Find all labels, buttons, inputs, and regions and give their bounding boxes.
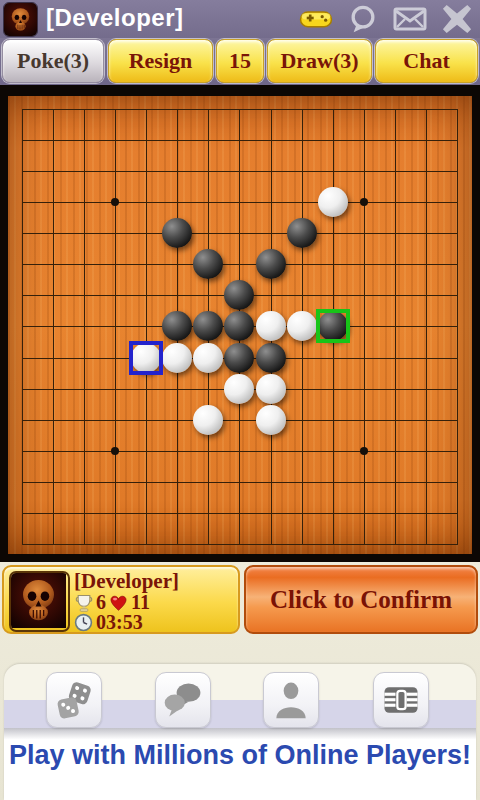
gomoku-board[interactable] (0, 85, 480, 562)
stone-white (224, 374, 254, 404)
poke-button[interactable]: Poke(3) (2, 39, 104, 83)
grid-line-v (457, 109, 458, 545)
heart-icon (108, 593, 129, 612)
card-icon[interactable] (373, 672, 429, 728)
grid-line-h (22, 544, 458, 545)
promo-banner-text: Play with Millions of Online Players! (4, 740, 476, 771)
chat-bubbles-icon[interactable] (155, 672, 211, 728)
game-toolbar: Poke(3) Resign 15 Draw(3) Chat (0, 38, 480, 85)
clock-icon (74, 613, 93, 632)
stone-black (287, 218, 317, 248)
draw-button[interactable]: Draw(3) (267, 39, 372, 83)
timer-button[interactable]: 15 (216, 39, 264, 83)
stone-white (193, 405, 223, 435)
player-time: 03:53 (74, 611, 143, 634)
stone-white (256, 311, 286, 341)
confirm-button[interactable]: Click to Confirm (244, 565, 478, 634)
chat-button[interactable]: Chat (375, 39, 478, 83)
stone-white (162, 343, 192, 373)
stone-black (224, 311, 254, 341)
stone-black (224, 343, 254, 373)
stone-white (287, 311, 317, 341)
stone-black (193, 311, 223, 341)
resign-button[interactable]: Resign (108, 39, 213, 83)
stone-white (256, 405, 286, 435)
stone-black (256, 249, 286, 279)
title-bar: [Developer] (0, 0, 480, 38)
stone-white (193, 343, 223, 373)
lower-area: [Developer] 6 11 03:53 Click (0, 562, 480, 800)
time-value: 03:53 (96, 611, 143, 634)
grid-line-h (22, 513, 458, 514)
grid-line-h (22, 451, 458, 452)
star-point (360, 198, 368, 206)
player-avatar (9, 571, 70, 632)
board-grid (0, 85, 480, 562)
trophy-icon (74, 593, 94, 613)
stone-black (162, 218, 192, 248)
star-point (111, 198, 119, 206)
player-panel: [Developer] 6 11 03:53 (2, 565, 240, 634)
grid-line-v (426, 109, 427, 545)
stone-black (224, 280, 254, 310)
stone-black (162, 311, 192, 341)
chat-bubble-icon[interactable] (346, 4, 380, 34)
stone-black (193, 249, 223, 279)
close-icon[interactable] (440, 4, 474, 34)
star-point (111, 447, 119, 455)
grid-line-h (22, 420, 458, 421)
dice-icon[interactable] (46, 672, 102, 728)
grid-line-v (395, 109, 396, 545)
window-title: [Developer] (46, 4, 184, 32)
last-move-marker-green (316, 309, 350, 343)
grid-line-v (364, 109, 365, 545)
grid-line-h (22, 482, 458, 483)
mail-icon[interactable] (393, 4, 427, 34)
player-icon[interactable] (263, 672, 319, 728)
star-point (360, 447, 368, 455)
gamepad-icon[interactable] (299, 4, 333, 34)
last-move-marker-blue (129, 341, 163, 375)
stone-white (318, 187, 348, 217)
bottom-drawer: Play with Millions of Online Players! (4, 664, 476, 800)
stone-white (256, 374, 286, 404)
skull-avatar-image (4, 3, 37, 36)
avatar (3, 2, 38, 37)
stone-black (256, 343, 286, 373)
